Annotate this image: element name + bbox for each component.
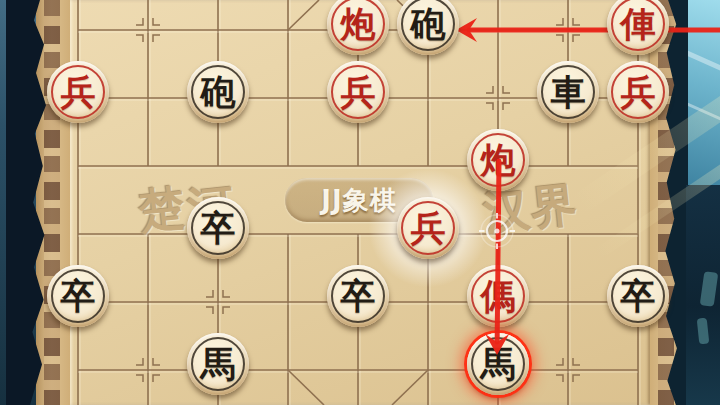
piece-black-cannon-file3-rank4[interactable]: 砲: [187, 61, 249, 123]
piece-black-soldier-file1-rank7[interactable]: 卒: [47, 265, 109, 327]
piece-glyph: 卒: [341, 279, 376, 314]
piece-glyph: 車: [551, 75, 586, 110]
piece-glyph: 兵: [411, 211, 446, 246]
piece-glyph: 炮: [481, 143, 516, 178]
piece-glyph: 卒: [201, 211, 236, 246]
piece-glyph: 砲: [411, 7, 446, 42]
piece-glyph: 炮: [341, 7, 376, 42]
piece-red-soldier-file6-rank6[interactable]: 兵: [397, 197, 459, 259]
piece-red-horse-file7-rank7[interactable]: 傌: [467, 265, 529, 327]
piece-black-soldier-file5-rank7[interactable]: 卒: [327, 265, 389, 327]
piece-glyph: 俥: [621, 7, 656, 42]
piece-black-chariot-file8-rank4[interactable]: 車: [537, 61, 599, 123]
piece-red-soldier-file1-rank4[interactable]: 兵: [47, 61, 109, 123]
pieces-layer: 炮砲俥兵砲兵車兵炮卒兵卒卒傌卒馬馬: [0, 0, 720, 405]
piece-red-soldier-file5-rank4[interactable]: 兵: [327, 61, 389, 123]
piece-black-soldier-file3-rank6[interactable]: 卒: [187, 197, 249, 259]
piece-black-cannon-file6-rank3[interactable]: 砲: [397, 0, 459, 55]
xiangqi-game-screen: 楚 河 汉 界 JJ象棋 炮砲俥兵砲兵車兵炮卒兵卒卒傌卒馬馬: [0, 0, 720, 405]
piece-glyph: 兵: [341, 75, 376, 110]
piece-red-chariot-file9-rank3[interactable]: 俥: [607, 0, 669, 55]
piece-glyph: 傌: [481, 279, 516, 314]
piece-glyph: 馬: [201, 347, 236, 382]
piece-glyph: 兵: [61, 75, 96, 110]
piece-glyph: 砲: [201, 75, 236, 110]
piece-glyph: 卒: [61, 279, 96, 314]
piece-glyph: 馬: [481, 347, 516, 382]
piece-black-soldier-file9-rank7[interactable]: 卒: [607, 265, 669, 327]
piece-red-cannon-file7-rank5[interactable]: 炮: [467, 129, 529, 191]
piece-black-horse-file7-rank8[interactable]: 馬: [467, 333, 529, 395]
piece-black-horse-file3-rank8[interactable]: 馬: [187, 333, 249, 395]
piece-red-soldier-file9-rank4[interactable]: 兵: [607, 61, 669, 123]
piece-glyph: 兵: [621, 75, 656, 110]
piece-red-cannon-file5-rank3[interactable]: 炮: [327, 0, 389, 55]
piece-glyph: 卒: [621, 279, 656, 314]
